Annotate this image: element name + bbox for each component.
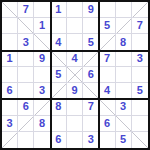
given-digit: 5 [120,134,126,145]
cell-r9c9[interactable] [132,132,148,148]
cell-r3c4[interactable]: 4 [51,34,67,50]
cell-r1c9[interactable] [132,2,148,18]
cell-r7c5[interactable] [67,99,83,115]
cell-r5c9[interactable] [132,67,148,83]
cell-r5c5[interactable] [67,67,83,83]
given-digit: 6 [88,69,94,80]
cell-r6c6[interactable] [83,83,99,99]
cell-r7c4[interactable]: 8 [51,99,67,115]
cell-r8c1[interactable]: 3 [2,116,18,132]
cell-r4c4[interactable] [51,51,67,67]
given-digit: 6 [55,134,61,145]
cell-r6c7[interactable]: 4 [99,83,115,99]
given-digit: 8 [120,37,126,48]
cell-r2c5[interactable] [67,18,83,34]
cell-r9c5[interactable] [67,132,83,148]
cell-r3c7[interactable] [99,34,115,50]
cell-r6c9[interactable]: 5 [132,83,148,99]
cell-r7c6[interactable]: 7 [83,99,99,115]
cell-r3c8[interactable]: 8 [116,34,132,50]
given-digit: 7 [137,20,143,31]
given-digit: 5 [88,37,94,48]
given-digit: 6 [104,118,110,129]
given-digit: 4 [71,53,77,64]
cell-r9c4[interactable]: 6 [51,132,67,148]
cell-r9c3[interactable] [34,132,50,148]
cell-r2c8[interactable] [116,18,132,34]
cell-r9c1[interactable] [2,132,18,148]
cell-r7c2[interactable]: 6 [18,99,34,115]
given-digit: 1 [55,4,61,15]
cell-r7c9[interactable] [132,99,148,115]
cell-r4c1[interactable]: 1 [2,51,18,67]
cell-r9c6[interactable]: 3 [83,132,99,148]
cell-r1c3[interactable] [34,2,50,18]
given-digit: 5 [137,85,143,96]
given-digit: 6 [7,85,13,96]
cell-r4c7[interactable]: 7 [99,51,115,67]
cell-r5c1[interactable] [2,67,18,83]
cell-r1c5[interactable] [67,2,83,18]
cell-r8c2[interactable] [18,116,34,132]
cell-r8c8[interactable] [116,116,132,132]
cell-r4c5[interactable]: 4 [67,51,83,67]
cell-r7c1[interactable] [2,99,18,115]
cell-r5c3[interactable] [34,67,50,83]
cell-r2c3[interactable]: 1 [34,18,50,34]
cell-r1c6[interactable]: 9 [83,2,99,18]
given-digit: 4 [104,85,110,96]
cell-r1c8[interactable] [116,2,132,18]
cell-r1c4[interactable]: 1 [51,2,67,18]
cell-r4c9[interactable]: 3 [132,51,148,67]
cell-r4c8[interactable] [116,51,132,67]
cell-r6c4[interactable] [51,83,67,99]
given-digit: 5 [104,20,110,31]
cell-r3c9[interactable] [132,34,148,50]
given-digit: 1 [7,53,13,64]
cell-r6c8[interactable] [116,83,132,99]
cell-r7c8[interactable]: 3 [116,99,132,115]
cell-r3c6[interactable]: 5 [83,34,99,50]
cell-r4c6[interactable] [83,51,99,67]
cell-r6c5[interactable]: 9 [67,83,83,99]
given-digit: 6 [23,101,29,112]
cell-r3c5[interactable] [67,34,83,50]
cell-r6c1[interactable]: 6 [2,83,18,99]
cell-r8c4[interactable] [51,116,67,132]
given-digit: 7 [88,101,94,112]
cell-r8c3[interactable]: 8 [34,116,50,132]
given-digit: 9 [39,53,45,64]
cell-r2c6[interactable] [83,18,99,34]
given-digit: 7 [23,4,29,15]
cell-r5c4[interactable]: 5 [51,67,67,83]
sudoku-board: 71915734581947356639456873386635 [0,0,150,150]
cell-r1c1[interactable] [2,2,18,18]
cell-r8c5[interactable] [67,116,83,132]
given-digit: 4 [55,37,61,48]
cell-r3c3[interactable] [34,34,50,50]
cell-r5c2[interactable] [18,67,34,83]
cell-r4c2[interactable] [18,51,34,67]
cell-r9c7[interactable] [99,132,115,148]
given-digit: 3 [23,37,29,48]
cell-r8c7[interactable]: 6 [99,116,115,132]
cell-r1c7[interactable] [99,2,115,18]
given-digit: 7 [104,53,110,64]
given-digit: 9 [88,4,94,15]
cell-r2c7[interactable]: 5 [99,18,115,34]
cell-r3c2[interactable]: 3 [18,34,34,50]
cell-r7c7[interactable] [99,99,115,115]
cell-r9c2[interactable] [18,132,34,148]
given-digit: 3 [7,118,13,129]
cell-r4c3[interactable]: 9 [34,51,50,67]
given-digit: 3 [39,85,45,96]
given-digit: 3 [137,53,143,64]
cell-r2c1[interactable] [2,18,18,34]
given-digit: 3 [120,101,126,112]
cell-r6c3[interactable]: 3 [34,83,50,99]
cell-r8c6[interactable] [83,116,99,132]
given-digit: 1 [39,20,45,31]
cell-r5c8[interactable] [116,67,132,83]
given-digit: 8 [55,101,61,112]
cell-r7c3[interactable] [34,99,50,115]
cell-r6c2[interactable] [18,83,34,99]
cell-r3c1[interactable] [2,34,18,50]
cell-r2c9[interactable]: 7 [132,18,148,34]
cell-r9c8[interactable]: 5 [116,132,132,148]
cell-r1c2[interactable]: 7 [18,2,34,18]
cell-r5c6[interactable]: 6 [83,67,99,83]
given-digit: 3 [88,134,94,145]
given-digit: 8 [39,118,45,129]
cell-r5c7[interactable] [99,67,115,83]
given-digit: 9 [71,85,77,96]
cell-r2c4[interactable] [51,18,67,34]
cell-r2c2[interactable] [18,18,34,34]
cell-r8c9[interactable] [132,116,148,132]
given-digit: 5 [55,69,61,80]
